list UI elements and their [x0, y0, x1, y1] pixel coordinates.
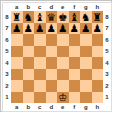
rank-label-left-3: 3	[3, 69, 11, 81]
square-d1[interactable]	[46, 92, 58, 104]
file-label-top-e: e	[57, 3, 69, 11]
chessboard: abcdefgh8♜♞♝♛♚♝♞♜87♟♟♟♟♟♟♟♟766554433221♔…	[3, 3, 111, 111]
square-h1[interactable]	[92, 92, 104, 104]
square-h3[interactable]	[92, 69, 104, 81]
square-a8[interactable]: ♜	[11, 11, 23, 23]
board-corner	[103, 3, 111, 11]
square-a5[interactable]	[11, 46, 23, 58]
square-d6[interactable]	[46, 34, 58, 46]
rank-label-left-1: 1	[3, 92, 11, 104]
square-h5[interactable]	[92, 46, 104, 58]
square-c4[interactable]	[34, 57, 46, 69]
rank-label-right-7: 7	[103, 23, 111, 35]
square-a3[interactable]	[11, 69, 23, 81]
black-pawn-f7[interactable]: ♟	[70, 23, 79, 34]
square-a6[interactable]	[11, 34, 23, 46]
square-f3[interactable]	[69, 69, 81, 81]
board-corner	[3, 103, 11, 111]
black-pawn-d7[interactable]: ♟	[47, 23, 56, 34]
file-label-bottom-f: f	[69, 103, 81, 111]
board-corner	[3, 3, 11, 11]
black-pawn-b7[interactable]: ♟	[24, 23, 33, 34]
rank-label-right-5: 5	[103, 46, 111, 58]
black-pawn-g7[interactable]: ♟	[81, 23, 90, 34]
black-rook-a8[interactable]: ♜	[12, 11, 21, 22]
square-a7[interactable]: ♟	[11, 23, 23, 35]
file-label-bottom-b: b	[23, 103, 35, 111]
square-e2[interactable]	[57, 80, 69, 92]
square-a1[interactable]	[11, 92, 23, 104]
square-g8[interactable]: ♞	[80, 11, 92, 23]
square-c1[interactable]	[34, 92, 46, 104]
square-f7[interactable]: ♟	[69, 23, 81, 35]
rank-label-right-4: 4	[103, 57, 111, 69]
square-e6[interactable]	[57, 34, 69, 46]
square-d7[interactable]: ♟	[46, 23, 58, 35]
square-g4[interactable]	[80, 57, 92, 69]
square-b7[interactable]: ♟	[23, 23, 35, 35]
square-c2[interactable]	[34, 80, 46, 92]
file-label-top-b: b	[23, 3, 35, 11]
square-g2[interactable]	[80, 80, 92, 92]
file-label-top-c: c	[34, 3, 46, 11]
square-d4[interactable]	[46, 57, 58, 69]
square-b2[interactable]	[23, 80, 35, 92]
file-label-bottom-a: a	[11, 103, 23, 111]
file-label-top-a: a	[11, 3, 23, 11]
square-g1[interactable]	[80, 92, 92, 104]
square-h8[interactable]: ♜	[92, 11, 104, 23]
black-pawn-e7[interactable]: ♟	[58, 23, 67, 34]
square-g3[interactable]	[80, 69, 92, 81]
square-b1[interactable]	[23, 92, 35, 104]
square-e3[interactable]	[57, 69, 69, 81]
rank-label-right-2: 2	[103, 80, 111, 92]
black-knight-b8[interactable]: ♞	[24, 11, 33, 22]
square-d5[interactable]	[46, 46, 58, 58]
file-label-bottom-e: e	[57, 103, 69, 111]
square-c7[interactable]: ♟	[34, 23, 46, 35]
square-a2[interactable]	[11, 80, 23, 92]
square-f1[interactable]	[69, 92, 81, 104]
square-b3[interactable]	[23, 69, 35, 81]
rank-label-left-8: 8	[3, 11, 11, 23]
file-label-top-d: d	[46, 3, 58, 11]
square-c3[interactable]	[34, 69, 46, 81]
square-f6[interactable]	[69, 34, 81, 46]
square-e5[interactable]	[57, 46, 69, 58]
rank-label-right-8: 8	[103, 11, 111, 23]
black-bishop-f8[interactable]: ♝	[70, 11, 79, 22]
square-g7[interactable]: ♟	[80, 23, 92, 35]
black-king-e8[interactable]: ♚	[58, 11, 67, 22]
square-a4[interactable]	[11, 57, 23, 69]
white-king-e1[interactable]: ♔	[58, 92, 67, 103]
rank-label-left-6: 6	[3, 34, 11, 46]
black-queen-d8[interactable]: ♛	[47, 11, 56, 22]
black-rook-h8[interactable]: ♜	[93, 11, 102, 22]
square-d3[interactable]	[46, 69, 58, 81]
square-f4[interactable]	[69, 57, 81, 69]
square-g5[interactable]	[80, 46, 92, 58]
rank-label-left-7: 7	[3, 23, 11, 35]
black-knight-g8[interactable]: ♞	[81, 11, 90, 22]
rank-label-right-1: 1	[103, 92, 111, 104]
file-label-top-f: f	[69, 3, 81, 11]
square-b8[interactable]: ♞	[23, 11, 35, 23]
square-e4[interactable]	[57, 57, 69, 69]
square-e1[interactable]: ♔	[57, 92, 69, 104]
file-label-bottom-g: g	[80, 103, 92, 111]
chess-diagram-frame: abcdefgh8♜♞♝♛♚♝♞♜87♟♟♟♟♟♟♟♟766554433221♔…	[0, 0, 112, 112]
square-b5[interactable]	[23, 46, 35, 58]
file-label-top-g: g	[80, 3, 92, 11]
rank-label-left-4: 4	[3, 57, 11, 69]
board-corner	[103, 103, 111, 111]
black-pawn-h7[interactable]: ♟	[93, 23, 102, 34]
file-label-top-h: h	[92, 3, 104, 11]
square-h2[interactable]	[92, 80, 104, 92]
square-h4[interactable]	[92, 57, 104, 69]
black-pawn-c7[interactable]: ♟	[35, 23, 44, 34]
square-f2[interactable]	[69, 80, 81, 92]
square-f5[interactable]	[69, 46, 81, 58]
file-label-bottom-h: h	[92, 103, 104, 111]
file-label-bottom-d: d	[46, 103, 58, 111]
black-pawn-a7[interactable]: ♟	[12, 23, 21, 34]
square-c5[interactable]	[34, 46, 46, 58]
rank-label-left-5: 5	[3, 46, 11, 58]
chess-diagram-inner-frame: abcdefgh8♜♞♝♛♚♝♞♜87♟♟♟♟♟♟♟♟766554433221♔…	[2, 2, 112, 112]
square-c8[interactable]: ♝	[34, 11, 46, 23]
square-e8[interactable]: ♚	[57, 11, 69, 23]
rank-label-left-2: 2	[3, 80, 11, 92]
black-bishop-c8[interactable]: ♝	[35, 11, 44, 22]
square-f8[interactable]: ♝	[69, 11, 81, 23]
rank-label-right-6: 6	[103, 34, 111, 46]
square-b6[interactable]	[23, 34, 35, 46]
square-e7[interactable]: ♟	[57, 23, 69, 35]
rank-label-right-3: 3	[103, 69, 111, 81]
square-h6[interactable]	[92, 34, 104, 46]
square-h7[interactable]: ♟	[92, 23, 104, 35]
square-d2[interactable]	[46, 80, 58, 92]
square-d8[interactable]: ♛	[46, 11, 58, 23]
square-g6[interactable]	[80, 34, 92, 46]
square-b4[interactable]	[23, 57, 35, 69]
file-label-bottom-c: c	[34, 103, 46, 111]
square-c6[interactable]	[34, 34, 46, 46]
